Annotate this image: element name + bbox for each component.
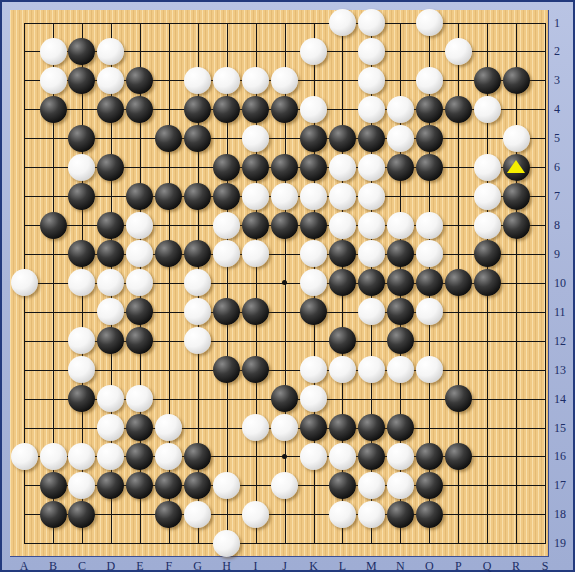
white-stone-K2	[300, 38, 327, 65]
white-stone-L1	[329, 9, 356, 36]
black-stone-H6	[213, 154, 240, 181]
column-label-B: B	[49, 559, 57, 572]
column-label-O: O	[425, 559, 434, 572]
star-point	[282, 454, 287, 459]
column-label-D: D	[106, 559, 115, 572]
white-stone-L8	[329, 212, 356, 239]
white-stone-I3	[242, 67, 269, 94]
black-stone-F7	[155, 183, 182, 210]
white-stone-E8	[126, 212, 153, 239]
white-stone-G3	[184, 67, 211, 94]
black-stone-L17	[329, 472, 356, 499]
white-stone-L18	[329, 501, 356, 528]
row-label-13: 13	[554, 364, 566, 376]
white-stone-A10	[11, 269, 38, 296]
black-stone-I6	[242, 154, 269, 181]
white-stone-K4	[300, 96, 327, 123]
white-stone-Q4	[474, 96, 501, 123]
white-stone-M8	[358, 212, 385, 239]
column-label-N: N	[396, 559, 405, 572]
white-stone-Q7	[474, 183, 501, 210]
white-stone-M4	[358, 96, 385, 123]
black-stone-N6	[387, 154, 414, 181]
white-stone-A16	[11, 443, 38, 470]
white-stone-G18	[184, 501, 211, 528]
white-stone-D2	[97, 38, 124, 65]
white-stone-I5	[242, 125, 269, 152]
black-stone-P14	[445, 385, 472, 412]
black-stone-K6	[300, 154, 327, 181]
black-stone-K15	[300, 414, 327, 441]
black-stone-N10	[387, 269, 414, 296]
black-stone-G5	[184, 125, 211, 152]
column-label-P: P	[455, 559, 462, 572]
black-stone-C18	[68, 501, 95, 528]
row-label-6: 6	[554, 161, 560, 173]
column-label-S: S	[542, 559, 549, 572]
black-stone-P16	[445, 443, 472, 470]
black-stone-O16	[416, 443, 443, 470]
white-stone-J7	[271, 183, 298, 210]
black-stone-G4	[184, 96, 211, 123]
black-stone-B8	[40, 212, 67, 239]
white-stone-J15	[271, 414, 298, 441]
white-stone-F16	[155, 443, 182, 470]
grid-line-horizontal	[24, 514, 546, 515]
black-stone-E7	[126, 183, 153, 210]
black-stone-L12	[329, 327, 356, 354]
black-stone-D4	[97, 96, 124, 123]
grid-line-horizontal	[24, 543, 546, 544]
row-label-10: 10	[554, 277, 566, 289]
column-label-Q: Q	[483, 559, 492, 572]
black-stone-F18	[155, 501, 182, 528]
white-stone-O3	[416, 67, 443, 94]
white-stone-L16	[329, 443, 356, 470]
black-stone-C5	[68, 125, 95, 152]
window-frame: ABCDEFGHIJKLMNOPQRS123456789101112131415…	[0, 0, 575, 572]
black-stone-M5	[358, 125, 385, 152]
black-stone-O6	[416, 154, 443, 181]
black-stone-K5	[300, 125, 327, 152]
black-stone-O5	[416, 125, 443, 152]
white-stone-H19	[213, 530, 240, 557]
row-label-15: 15	[554, 422, 566, 434]
white-stone-J3	[271, 67, 298, 94]
white-stone-I7	[242, 183, 269, 210]
black-stone-Q10	[474, 269, 501, 296]
black-stone-O18	[416, 501, 443, 528]
white-stone-P2	[445, 38, 472, 65]
column-label-L: L	[339, 559, 346, 572]
white-stone-M2	[358, 38, 385, 65]
black-stone-D8	[97, 212, 124, 239]
white-stone-L6	[329, 154, 356, 181]
black-stone-N12	[387, 327, 414, 354]
row-label-18: 18	[554, 508, 566, 520]
white-stone-B2	[40, 38, 67, 65]
column-label-A: A	[20, 559, 29, 572]
black-stone-Q3	[474, 67, 501, 94]
row-label-14: 14	[554, 393, 566, 405]
grid-line-horizontal	[24, 370, 546, 371]
last-move-marker	[507, 160, 525, 173]
row-label-5: 5	[554, 132, 560, 144]
grid-line-vertical	[516, 23, 517, 545]
black-stone-N15	[387, 414, 414, 441]
black-stone-G17	[184, 472, 211, 499]
white-stone-M18	[358, 501, 385, 528]
white-stone-N17	[387, 472, 414, 499]
white-stone-O1	[416, 9, 443, 36]
white-stone-C6	[68, 154, 95, 181]
column-label-H: H	[222, 559, 231, 572]
white-stone-O8	[416, 212, 443, 239]
white-stone-K16	[300, 443, 327, 470]
black-stone-E3	[126, 67, 153, 94]
row-label-4: 4	[554, 103, 560, 115]
black-stone-R8	[503, 212, 530, 239]
black-stone-J14	[271, 385, 298, 412]
white-stone-N8	[387, 212, 414, 239]
white-stone-H17	[213, 472, 240, 499]
row-label-17: 17	[554, 479, 566, 491]
black-stone-Q9	[474, 240, 501, 267]
black-stone-K8	[300, 212, 327, 239]
black-stone-M15	[358, 414, 385, 441]
white-stone-D3	[97, 67, 124, 94]
column-label-E: E	[136, 559, 143, 572]
row-label-3: 3	[554, 74, 560, 86]
white-stone-H8	[213, 212, 240, 239]
white-stone-M11	[358, 298, 385, 325]
column-label-J: J	[282, 559, 287, 572]
row-label-11: 11	[554, 306, 566, 318]
white-stone-M3	[358, 67, 385, 94]
black-stone-O4	[416, 96, 443, 123]
white-stone-K14	[300, 385, 327, 412]
black-stone-D17	[97, 472, 124, 499]
white-stone-L7	[329, 183, 356, 210]
black-stone-I4	[242, 96, 269, 123]
white-stone-Q8	[474, 212, 501, 239]
black-stone-E4	[126, 96, 153, 123]
white-stone-M7	[358, 183, 385, 210]
white-stone-D16	[97, 443, 124, 470]
black-stone-N11	[387, 298, 414, 325]
black-stone-C7	[68, 183, 95, 210]
white-stone-N5	[387, 125, 414, 152]
white-stone-B3	[40, 67, 67, 94]
row-label-16: 16	[554, 450, 566, 462]
white-stone-N13	[387, 356, 414, 383]
black-stone-M16	[358, 443, 385, 470]
column-label-F: F	[165, 559, 172, 572]
white-stone-N16	[387, 443, 414, 470]
black-stone-J4	[271, 96, 298, 123]
black-stone-N18	[387, 501, 414, 528]
row-label-7: 7	[554, 190, 560, 202]
black-stone-B4	[40, 96, 67, 123]
black-stone-B18	[40, 501, 67, 528]
column-label-I: I	[254, 559, 258, 572]
black-stone-E16	[126, 443, 153, 470]
black-stone-F17	[155, 472, 182, 499]
white-stone-M17	[358, 472, 385, 499]
column-label-M: M	[366, 559, 377, 572]
white-stone-K7	[300, 183, 327, 210]
white-stone-H3	[213, 67, 240, 94]
white-stone-J17	[271, 472, 298, 499]
white-stone-N4	[387, 96, 414, 123]
black-stone-G7	[184, 183, 211, 210]
column-label-R: R	[512, 559, 520, 572]
black-stone-H4	[213, 96, 240, 123]
column-label-K: K	[309, 559, 318, 572]
black-stone-P10	[445, 269, 472, 296]
column-label-G: G	[193, 559, 202, 572]
white-stone-L13	[329, 356, 356, 383]
white-stone-M13	[358, 356, 385, 383]
white-stone-Q6	[474, 154, 501, 181]
row-label-8: 8	[554, 219, 560, 231]
black-stone-F5	[155, 125, 182, 152]
white-stone-O9	[416, 240, 443, 267]
row-label-12: 12	[554, 335, 566, 347]
row-label-19: 19	[554, 537, 566, 549]
row-label-2: 2	[554, 45, 560, 57]
black-stone-L15	[329, 414, 356, 441]
black-stone-H7	[213, 183, 240, 210]
black-stone-P4	[445, 96, 472, 123]
black-stone-J8	[271, 212, 298, 239]
white-stone-I18	[242, 501, 269, 528]
black-stone-I8	[242, 212, 269, 239]
white-stone-R5	[503, 125, 530, 152]
black-stone-G16	[184, 443, 211, 470]
black-stone-E17	[126, 472, 153, 499]
row-label-1: 1	[554, 17, 560, 29]
white-stone-I15	[242, 414, 269, 441]
white-stone-O11	[416, 298, 443, 325]
black-stone-R3	[503, 67, 530, 94]
white-stone-K13	[300, 356, 327, 383]
black-stone-B17	[40, 472, 67, 499]
column-label-C: C	[78, 559, 86, 572]
grid-line-vertical	[545, 23, 546, 545]
white-stone-B16	[40, 443, 67, 470]
row-label-9: 9	[554, 248, 560, 260]
white-stone-M6	[358, 154, 385, 181]
black-stone-D6	[97, 154, 124, 181]
white-stone-O13	[416, 356, 443, 383]
black-stone-N9	[387, 240, 414, 267]
white-stone-M1	[358, 9, 385, 36]
black-stone-L5	[329, 125, 356, 152]
black-stone-R7	[503, 183, 530, 210]
black-stone-O17	[416, 472, 443, 499]
black-stone-O10	[416, 269, 443, 296]
black-stone-J6	[271, 154, 298, 181]
